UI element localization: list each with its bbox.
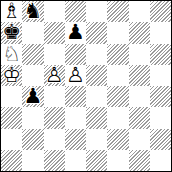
black-pawn-piece: ♟ [65,22,86,43]
square-a5[interactable]: ♚♔ [1,65,22,86]
square-g3[interactable] [129,107,150,128]
square-a3[interactable] [1,107,22,128]
square-h7[interactable] [150,22,171,43]
square-e4[interactable] [86,86,107,107]
square-a4[interactable] [1,86,22,107]
square-h8[interactable] [150,1,171,22]
square-h4[interactable] [150,86,171,107]
square-d4[interactable] [65,86,86,107]
square-g4[interactable] [129,86,150,107]
square-d3[interactable] [65,107,86,128]
square-b8[interactable]: ♞ [22,1,43,22]
square-f1[interactable] [107,150,128,171]
square-d6[interactable] [65,44,86,65]
square-e3[interactable] [86,107,107,128]
square-a1[interactable] [1,150,22,171]
black-knight-piece: ♞ [22,1,43,22]
square-e7[interactable] [86,22,107,43]
square-b3[interactable] [22,107,43,128]
white-bishop-outline: ♗ [1,1,22,22]
square-a8[interactable]: ♝♗ [1,1,22,22]
white-king-outline: ♔ [1,65,22,86]
square-b6[interactable] [22,44,43,65]
white-pawn-outline: ♙ [44,65,65,86]
square-e8[interactable] [86,1,107,22]
square-g7[interactable] [129,22,150,43]
chess-board: ♝♗♞♚♟♞♘♚♔♟♙♟♙♟ [0,0,172,172]
square-a2[interactable] [1,129,22,150]
square-e2[interactable] [86,129,107,150]
square-f7[interactable] [107,22,128,43]
square-h5[interactable] [150,65,171,86]
square-c5[interactable]: ♟♙ [44,65,65,86]
square-f3[interactable] [107,107,128,128]
square-g1[interactable] [129,150,150,171]
square-b2[interactable] [22,129,43,150]
square-a6[interactable]: ♞♘ [1,44,22,65]
black-pawn-piece: ♟ [22,86,43,107]
square-c8[interactable] [44,1,65,22]
square-d1[interactable] [65,150,86,171]
square-h2[interactable] [150,129,171,150]
square-e1[interactable] [86,150,107,171]
square-c4[interactable] [44,86,65,107]
square-g8[interactable] [129,1,150,22]
square-b4[interactable]: ♟ [22,86,43,107]
square-h1[interactable] [150,150,171,171]
square-c7[interactable] [44,22,65,43]
square-h3[interactable] [150,107,171,128]
square-g2[interactable] [129,129,150,150]
square-f4[interactable] [107,86,128,107]
square-e6[interactable] [86,44,107,65]
square-g6[interactable] [129,44,150,65]
square-d7[interactable]: ♟ [65,22,86,43]
square-c3[interactable] [44,107,65,128]
white-pawn-outline: ♙ [65,65,86,86]
square-c1[interactable] [44,150,65,171]
square-d8[interactable] [65,1,86,22]
square-b1[interactable] [22,150,43,171]
square-f5[interactable] [107,65,128,86]
square-b5[interactable] [22,65,43,86]
square-f2[interactable] [107,129,128,150]
square-c2[interactable] [44,129,65,150]
square-e5[interactable] [86,65,107,86]
square-b7[interactable] [22,22,43,43]
black-king-piece: ♚ [1,22,22,43]
square-d5[interactable]: ♟♙ [65,65,86,86]
square-d2[interactable] [65,129,86,150]
square-g5[interactable] [129,65,150,86]
square-a7[interactable]: ♚ [1,22,22,43]
square-h6[interactable] [150,44,171,65]
square-f8[interactable] [107,1,128,22]
square-c6[interactable] [44,44,65,65]
square-f6[interactable] [107,44,128,65]
white-knight-outline: ♘ [1,44,22,65]
